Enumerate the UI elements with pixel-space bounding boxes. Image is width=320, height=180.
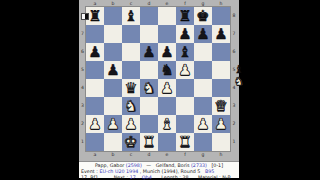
- rank-label-5: 5: [79, 61, 86, 79]
- square-a5[interactable]: [86, 61, 104, 79]
- square-a3[interactable]: [86, 97, 104, 115]
- piece-white-king: ♚: [124, 133, 137, 151]
- next-label: Next :: [114, 175, 128, 180]
- square-c2[interactable]: ♟: [122, 115, 140, 133]
- rank-label-2: 2: [79, 115, 86, 133]
- square-h7[interactable]: ♟: [212, 25, 230, 43]
- piece-white-rook: ♜: [178, 133, 191, 151]
- square-c4[interactable]: ♛: [122, 79, 140, 97]
- rank-label-3: 3: [79, 97, 86, 115]
- square-f7[interactable]: ♟: [176, 25, 194, 43]
- file-label-e: e: [158, 151, 176, 160]
- event-link[interactable]: EU-ch U20 1994: [99, 169, 138, 174]
- white-player-elo: (2598): [126, 163, 142, 168]
- file-label-f: f: [176, 0, 194, 7]
- piece-black-pawn: ♟: [196, 25, 209, 43]
- square-a7[interactable]: [86, 25, 104, 43]
- square-f4[interactable]: [176, 79, 194, 97]
- square-d8[interactable]: [140, 7, 158, 25]
- square-c7[interactable]: [122, 25, 140, 43]
- file-label-f: f: [176, 151, 194, 160]
- square-b2[interactable]: ♟: [104, 115, 122, 133]
- material-white-knight-icon: ♞: [234, 76, 244, 88]
- piece-white-knight: ♞: [124, 97, 137, 115]
- piece-black-rook: ♜: [178, 7, 191, 25]
- square-d1[interactable]: ♜: [140, 133, 158, 151]
- square-e7[interactable]: [158, 25, 176, 43]
- square-b5[interactable]: ♟: [104, 61, 122, 79]
- square-c5[interactable]: [122, 61, 140, 79]
- next-move-link[interactable]: 17... Qb4: [130, 175, 152, 180]
- file-label-g: g: [194, 151, 212, 160]
- piece-black-pawn: ♟: [160, 43, 173, 61]
- piece-white-pawn: ♟: [214, 115, 227, 133]
- file-label-h: h: [212, 151, 230, 160]
- piece-white-rook: ♜: [142, 133, 155, 151]
- square-e1[interactable]: [158, 133, 176, 151]
- rank-label-7: 7: [230, 25, 238, 43]
- length-label: Length :: [161, 175, 181, 180]
- piece-white-pawn: ♟: [88, 115, 101, 133]
- chess-board-frame: abcdefgh 87654321 ♜♝♜♚♟♟♟♟♟♟♝♟♞♟♛♞♟♞♛♟♟♟…: [79, 0, 239, 161]
- square-c8[interactable]: ♝: [122, 7, 140, 25]
- square-a2[interactable]: ♟: [86, 115, 104, 133]
- square-b1[interactable]: [104, 133, 122, 151]
- chess-board[interactable]: ♜♝♜♚♟♟♟♟♟♟♝♟♞♟♛♞♟♞♛♟♟♟♝♟♟♚♜♜: [86, 7, 230, 151]
- status-line: 17. Rf1 Next : 17... Qb4 Length : 28 Mat…: [79, 175, 239, 180]
- square-g6[interactable]: [194, 43, 212, 61]
- eco-code-link[interactable]: B95: [205, 169, 214, 174]
- square-c6[interactable]: [122, 43, 140, 61]
- file-label-d: d: [140, 0, 158, 7]
- rank-label-3: 3: [230, 97, 238, 115]
- square-g5[interactable]: [194, 61, 212, 79]
- rank-label-6: 6: [230, 43, 238, 61]
- piece-white-pawn: ♟: [160, 79, 173, 97]
- material-tray: ♝ ♞: [233, 64, 245, 88]
- file-label-g: g: [194, 0, 212, 7]
- rank-labels-left: 87654321: [79, 7, 86, 151]
- square-h1[interactable]: [212, 133, 230, 151]
- piece-black-pawn: ♟: [178, 25, 191, 43]
- file-labels-top: abcdefgh: [86, 0, 230, 7]
- material-label: Material :: [198, 175, 221, 180]
- rank-label-7: 7: [79, 25, 86, 43]
- piece-black-pawn: ♟: [214, 25, 227, 43]
- square-d5[interactable]: [140, 61, 158, 79]
- players-line: Papp, Gabor (2598) — Gelfand, Boris (273…: [79, 163, 239, 168]
- square-g8[interactable]: ♚: [194, 7, 212, 25]
- square-e5[interactable]: ♞: [158, 61, 176, 79]
- square-f6[interactable]: ♝: [176, 43, 194, 61]
- rank-label-8: 8: [230, 7, 238, 25]
- square-h3[interactable]: ♛: [212, 97, 230, 115]
- black-player-name: Gelfand, Boris: [156, 163, 190, 168]
- length-value: 28: [182, 175, 188, 180]
- square-f5[interactable]: ♟: [176, 61, 194, 79]
- square-b3[interactable]: [104, 97, 122, 115]
- square-e8[interactable]: [158, 7, 176, 25]
- square-f1[interactable]: ♜: [176, 133, 194, 151]
- square-d3[interactable]: [140, 97, 158, 115]
- square-h4[interactable]: [212, 79, 230, 97]
- piece-black-rook: ♜: [88, 7, 101, 25]
- event-label: Event :: [81, 169, 98, 174]
- black-player-elo: (2733): [191, 163, 207, 168]
- square-a4[interactable]: [86, 79, 104, 97]
- turn-indicator: [81, 13, 89, 20]
- event-line: Event : EU-ch U20 1994 , Munich (1994), …: [79, 169, 239, 174]
- piece-white-pawn: ♟: [178, 61, 191, 79]
- square-h8[interactable]: [212, 7, 230, 25]
- file-label-b: b: [104, 0, 122, 7]
- file-label-d: d: [140, 151, 158, 160]
- square-g3[interactable]: [194, 97, 212, 115]
- square-a1[interactable]: [86, 133, 104, 151]
- square-d4[interactable]: ♞: [140, 79, 158, 97]
- square-g4[interactable]: [194, 79, 212, 97]
- file-label-a: a: [86, 151, 104, 160]
- event-details: , Munich (1994), Round 5: [140, 169, 201, 174]
- piece-white-pawn: ♟: [124, 115, 137, 133]
- square-h5[interactable]: [212, 61, 230, 79]
- square-g1[interactable]: [194, 133, 212, 151]
- file-label-b: b: [104, 151, 122, 160]
- square-g2[interactable]: ♟: [194, 115, 212, 133]
- piece-black-pawn: ♟: [142, 43, 155, 61]
- rank-label-1: 1: [79, 133, 86, 151]
- square-a6[interactable]: ♟: [86, 43, 104, 61]
- square-c1[interactable]: ♚: [122, 133, 140, 151]
- move-played: 17. Rf1: [81, 175, 98, 180]
- white-player-name: Papp, Gabor: [95, 163, 124, 168]
- square-b7[interactable]: [104, 25, 122, 43]
- square-h2[interactable]: ♟: [212, 115, 230, 133]
- piece-white-bishop: ♝: [160, 115, 173, 133]
- file-label-e: e: [158, 0, 176, 7]
- material-value: N-B: [222, 175, 230, 180]
- square-h6[interactable]: [212, 43, 230, 61]
- players-separator: —: [146, 163, 151, 168]
- file-label-c: c: [122, 151, 140, 160]
- file-label-c: c: [122, 0, 140, 7]
- piece-white-queen: ♛: [214, 97, 227, 115]
- square-d7[interactable]: [140, 25, 158, 43]
- square-f8[interactable]: ♜: [176, 7, 194, 25]
- piece-black-queen: ♛: [124, 79, 137, 97]
- square-d2[interactable]: [140, 115, 158, 133]
- square-e6[interactable]: ♟: [158, 43, 176, 61]
- square-b4[interactable]: [104, 79, 122, 97]
- square-e4[interactable]: ♟: [158, 79, 176, 97]
- square-b6[interactable]: [104, 43, 122, 61]
- piece-white-pawn: ♟: [196, 115, 209, 133]
- file-label-h: h: [212, 0, 230, 7]
- piece-black-pawn: ♟: [106, 61, 119, 79]
- square-c3[interactable]: ♞: [122, 97, 140, 115]
- rank-label-4: 4: [79, 79, 86, 97]
- piece-white-knight: ♞: [142, 79, 155, 97]
- file-label-a: a: [86, 0, 104, 7]
- square-e3[interactable]: [158, 97, 176, 115]
- game-result: [0-1]: [211, 163, 223, 168]
- square-f3[interactable]: [176, 97, 194, 115]
- square-e2[interactable]: ♝: [158, 115, 176, 133]
- rank-label-1: 1: [230, 133, 238, 151]
- square-d6[interactable]: ♟: [140, 43, 158, 61]
- file-labels-bottom: abcdefgh: [86, 151, 230, 160]
- piece-black-king: ♚: [196, 7, 209, 25]
- video-frame: abcdefgh 87654321 ♜♝♜♚♟♟♟♟♟♟♝♟♞♟♛♞♟♞♛♟♟♟…: [78, 0, 244, 180]
- piece-black-pawn: ♟: [88, 43, 101, 61]
- piece-black-bishop: ♝: [178, 43, 191, 61]
- rank-label-2: 2: [230, 115, 238, 133]
- square-f2[interactable]: [176, 115, 194, 133]
- piece-white-pawn: ♟: [106, 115, 119, 133]
- caption-panel: Papp, Gabor (2598) — Gelfand, Boris (273…: [79, 161, 239, 178]
- rank-label-6: 6: [79, 43, 86, 61]
- square-b8[interactable]: [104, 7, 122, 25]
- piece-black-bishop: ♝: [124, 7, 137, 25]
- square-g7[interactable]: ♟: [194, 25, 212, 43]
- piece-black-knight: ♞: [160, 61, 173, 79]
